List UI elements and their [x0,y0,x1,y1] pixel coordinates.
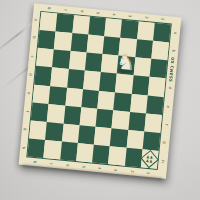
square-d7 [51,68,69,88]
white-knight-icon: ♞ [114,50,137,75]
square-g5 [78,125,96,145]
square-h7 [44,140,62,160]
square-e3 [113,92,131,112]
square-h4 [92,145,110,165]
square-a7 [56,14,74,34]
board-grid: ♞♟♟♟♟ [27,12,170,169]
square-e5 [81,89,99,109]
square-g8 [29,120,47,140]
square-h6 [60,141,78,161]
square-e4 [97,90,115,110]
square-b8 [38,30,56,50]
square-b2 [135,39,153,59]
square-a2 [137,21,155,41]
square-e8 [33,84,51,104]
square-a1 [153,23,171,43]
pawn-glyphs: ♟♟♟♟ [146,155,154,164]
square-a4 [104,18,122,38]
square-d4 [99,72,117,92]
square-h3 [108,146,126,166]
square-c3: ♞ [117,56,135,76]
square-a8 [40,12,58,32]
square-g2 [126,130,144,150]
square-d1 [148,77,166,97]
square-f2 [128,112,146,132]
square-g4 [94,126,112,146]
square-c7 [52,50,70,70]
square-f7 [47,104,65,124]
square-b1 [151,41,169,61]
square-b7 [54,32,72,52]
vinyl-chess-mat: 87654321 87654321 abcdefgh abcdefgh US C… [19,3,182,178]
square-f8 [31,102,49,122]
square-b5 [86,35,104,55]
square-c5 [85,53,103,73]
square-c6 [68,51,86,71]
playing-area: ♞♟♟♟♟ [26,11,171,170]
square-e2 [130,94,148,114]
square-a3 [120,20,138,40]
square-a5 [88,17,106,37]
photo-of-chess-board: 87654321 87654321 abcdefgh abcdefgh US C… [0,0,200,200]
square-g3 [110,128,128,148]
square-d8 [34,66,52,86]
square-h8 [27,138,45,158]
square-f3 [112,110,130,130]
square-g6 [61,123,79,143]
four-pawns-diamond-logo: ♟♟♟♟ [140,150,158,168]
square-g1 [142,131,160,151]
square-g7 [45,122,63,142]
square-c1 [149,59,167,79]
square-e6 [65,87,83,107]
square-h5 [76,143,94,163]
square-f4 [96,108,114,128]
square-d6 [67,69,85,89]
square-e1 [146,95,164,115]
square-e7 [49,86,67,106]
square-d5 [83,71,101,91]
square-d3 [115,74,133,94]
square-a6 [72,15,90,35]
square-b6 [70,33,88,53]
square-f1 [144,113,162,133]
square-f5 [79,107,97,127]
square-d2 [131,75,149,95]
square-f6 [63,105,81,125]
square-h1: ♟♟♟♟ [141,149,159,169]
square-c8 [36,48,54,68]
